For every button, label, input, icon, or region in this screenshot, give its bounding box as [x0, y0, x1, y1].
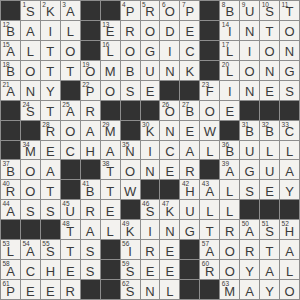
cell-r5c11: 23F	[200, 81, 219, 100]
cell-r13c12: O	[220, 240, 239, 259]
clue-number: 38	[102, 160, 109, 168]
clue-number: 55	[42, 240, 49, 248]
cell-r14c12: O	[220, 260, 239, 279]
cell-letter: G	[185, 225, 195, 238]
cell-letter: B	[225, 5, 234, 18]
cell-r13c4: T	[61, 240, 80, 259]
cell-r3c3: T	[41, 41, 60, 60]
cell-r6c8	[141, 101, 160, 120]
cell-r11c4: 45U	[61, 200, 80, 219]
cell-r2c8: O	[141, 21, 160, 40]
cell-r2c14: T	[260, 21, 279, 40]
cell-letter: R	[245, 245, 254, 258]
cell-r7c4: O	[61, 121, 80, 140]
cell-r10c8	[141, 180, 160, 199]
cell-letter: U	[265, 165, 274, 178]
cell-letter: T	[66, 245, 74, 258]
cell-r8c2: 34M	[21, 141, 40, 160]
clue-number: 39	[222, 160, 229, 168]
cell-letter: K	[186, 65, 195, 78]
clue-number: 32	[262, 121, 269, 129]
clue-number: 13	[102, 21, 109, 29]
cell-letter: A	[86, 125, 95, 138]
cell-letter: T	[46, 65, 54, 78]
cell-letter: I	[148, 225, 152, 238]
clue-number: 20	[222, 61, 229, 69]
cell-r3c1: 15A	[1, 41, 20, 60]
cell-letter: N	[245, 25, 254, 38]
cell-letter: O	[225, 265, 235, 278]
cell-letter: I	[228, 85, 232, 98]
cell-r12c5: A	[81, 220, 100, 239]
clue-number: 16	[102, 41, 109, 49]
cell-r11c12: L	[220, 200, 239, 219]
cell-r14c3: H	[41, 260, 60, 279]
cell-letter: L	[286, 145, 293, 158]
cell-r15c4: R	[61, 280, 80, 299]
cell-r12c13: 50A	[240, 220, 259, 239]
cell-r7c15: 33C	[280, 121, 299, 140]
cell-r11c10: U	[180, 200, 199, 219]
cell-r11c6: E	[101, 200, 120, 219]
cell-letter: Y	[285, 185, 294, 198]
cell-letter: Y	[46, 85, 55, 98]
cell-r12c7: 49K	[121, 220, 140, 239]
cell-letter: C	[26, 265, 35, 278]
cell-r3c7: O	[121, 41, 140, 60]
cell-r5c7: S	[121, 81, 140, 100]
cell-r3c2: L	[21, 41, 40, 60]
cell-r11c13	[240, 200, 259, 219]
cell-r1c14: 10S	[260, 1, 279, 20]
cell-letter: U	[145, 65, 154, 78]
clue-number: 56	[122, 240, 129, 248]
clue-number: 49	[122, 220, 129, 228]
cell-r6c9: 26O	[160, 101, 179, 120]
clue-number: 40	[3, 180, 10, 188]
cell-r15c8: N	[141, 280, 160, 299]
cell-r14c14: A	[260, 260, 279, 279]
cell-letter: N	[285, 45, 294, 58]
cell-r6c13	[240, 101, 259, 120]
cell-letter: U	[245, 5, 254, 18]
clue-number: 27	[182, 101, 189, 109]
cell-r4c6: M	[101, 61, 120, 80]
clue-number: 34	[22, 141, 29, 149]
cell-letter: E	[265, 185, 274, 198]
cell-letter: L	[206, 205, 213, 218]
cell-letter: S	[26, 5, 35, 18]
cell-letter: U	[185, 205, 194, 218]
cell-r14c2: C	[21, 260, 40, 279]
cell-r10c5: 41B	[81, 180, 100, 199]
cell-letter: L	[226, 185, 233, 198]
cell-r7c14: 32B	[260, 121, 279, 140]
cell-r6c15	[280, 101, 299, 120]
cell-r5c13: N	[240, 81, 259, 100]
cell-r10c9	[160, 180, 179, 199]
cell-letter: Y	[245, 265, 254, 278]
cell-r12c1	[1, 220, 20, 239]
clue-number: 11	[282, 1, 289, 9]
cell-r8c9: C	[160, 141, 179, 160]
cell-letter: L	[166, 285, 173, 298]
cell-r1c4: 3A	[61, 1, 80, 20]
cell-r5c5: 22P	[81, 81, 100, 100]
cell-letter: P	[126, 5, 135, 18]
cell-letter: O	[25, 185, 35, 198]
clue-number: 3	[62, 1, 66, 9]
cell-r11c7	[121, 200, 140, 219]
cell-letter: E	[166, 165, 175, 178]
cell-r4c11	[200, 61, 219, 80]
clue-number: 15	[3, 41, 10, 49]
cell-letter: Y	[265, 285, 274, 298]
clue-number: 61	[3, 280, 10, 288]
cell-letter: E	[146, 85, 155, 98]
cell-r11c1: 44A	[1, 200, 20, 219]
cell-r9c5	[81, 160, 100, 179]
cell-letter: R	[85, 105, 94, 118]
cell-letter: T	[46, 185, 54, 198]
clue-number: 31	[242, 121, 249, 129]
cell-r8c13: U	[240, 141, 259, 160]
cell-r12c6: L	[101, 220, 120, 239]
cell-letter: N	[265, 65, 274, 78]
cell-r10c14: E	[260, 180, 279, 199]
clue-number: 45	[62, 200, 69, 208]
cell-r14c10	[180, 260, 199, 279]
cell-letter: O	[245, 65, 255, 78]
clue-number: 33	[282, 121, 289, 129]
cell-r11c11: L	[200, 200, 219, 219]
cell-r11c8: 46S	[141, 200, 160, 219]
clue-number: 59	[122, 260, 129, 268]
cell-r8c6: A	[101, 141, 120, 160]
cell-r9c12: 39A	[220, 160, 239, 179]
clue-number: 26	[162, 101, 169, 109]
cell-r11c14	[260, 200, 279, 219]
cell-r5c4	[61, 81, 80, 100]
cell-r6c6	[101, 101, 120, 120]
cell-letter: E	[146, 265, 155, 278]
clue-number: 60	[202, 260, 209, 268]
cell-r4c9: N	[160, 61, 179, 80]
cell-letter: E	[225, 105, 234, 118]
clue-number: 2	[42, 1, 46, 9]
cell-r7c7	[121, 121, 140, 140]
cell-letter: O	[65, 45, 75, 58]
cell-r10c2: O	[21, 180, 40, 199]
cell-r14c15: L	[280, 260, 299, 279]
cell-letter: E	[186, 25, 195, 38]
cell-r5c1: 21A	[1, 81, 20, 100]
clue-number: 4	[122, 1, 126, 9]
cell-r15c10	[180, 280, 199, 299]
cell-r9c11	[200, 160, 219, 179]
cell-r6c5: R	[81, 101, 100, 120]
cell-letter: I	[49, 25, 53, 38]
clue-number: 63	[222, 280, 229, 288]
cell-r2c4: L	[61, 21, 80, 40]
clue-number: 41	[82, 180, 89, 188]
cell-letter: A	[265, 265, 274, 278]
clue-number: 12	[3, 21, 10, 29]
cell-letter: T	[66, 65, 74, 78]
cell-letter: A	[285, 165, 294, 178]
cell-r10c10: 42H	[180, 180, 199, 199]
clue-number: 54	[22, 240, 29, 248]
cell-r13c15: A	[280, 240, 299, 259]
cell-r1c6	[101, 1, 120, 20]
clue-number: 43	[202, 180, 209, 188]
cell-r1c5	[81, 1, 100, 20]
clue-number: 30	[142, 121, 149, 129]
cell-letter: E	[186, 125, 195, 138]
cell-letter: W	[124, 185, 136, 198]
cell-r15c11	[200, 280, 219, 299]
clue-number: 24	[22, 101, 29, 109]
cell-letter: O	[265, 45, 275, 58]
cell-letter: E	[265, 85, 274, 98]
cell-r14c8: E	[141, 260, 160, 279]
cell-letter: G	[245, 165, 255, 178]
cell-r10c3: T	[41, 180, 60, 199]
cell-r9c13: G	[240, 160, 259, 179]
cell-letter: N	[245, 85, 254, 98]
cell-letter: N	[26, 85, 35, 98]
cell-r4c13: O	[240, 61, 259, 80]
cell-letter: D	[165, 25, 174, 38]
cell-r2c15: O	[280, 21, 299, 40]
cell-r7c11: W	[200, 121, 219, 140]
cell-r9c9: E	[160, 160, 179, 179]
cell-letter: B	[126, 65, 135, 78]
cell-r12c11: T	[200, 220, 219, 239]
cell-r3c4: O	[61, 41, 80, 60]
cell-r8c14: L	[260, 141, 279, 160]
cell-r12c8: I	[141, 220, 160, 239]
cell-letter: E	[166, 245, 175, 258]
cell-r5c14: E	[260, 81, 279, 100]
clue-number: 46	[142, 200, 149, 208]
cell-r14c6	[101, 260, 120, 279]
cell-r13c9: E	[160, 240, 179, 259]
clue-number: 10	[262, 1, 269, 9]
cell-letter: C	[185, 45, 194, 58]
cell-r9c7: O	[121, 160, 140, 179]
cell-r7c9: N	[160, 121, 179, 140]
cell-r13c14: T	[260, 240, 279, 259]
clue-number: 57	[202, 240, 209, 248]
cell-r10c1: 40R	[1, 180, 20, 199]
cell-letter: E	[66, 265, 75, 278]
cell-r14c9: E	[160, 260, 179, 279]
cell-letter: E	[26, 285, 35, 298]
cell-letter: O	[125, 165, 135, 178]
cell-r9c10: R	[180, 160, 199, 179]
cell-r8c11: L	[200, 141, 219, 160]
cell-r4c4: T	[61, 61, 80, 80]
cell-letter: T	[106, 185, 114, 198]
cell-letter: A	[106, 145, 115, 158]
cell-r9c3: A	[41, 160, 60, 179]
cell-r1c8: 5R	[141, 1, 160, 20]
cell-r4c3: T	[41, 61, 60, 80]
cell-r4c5: 19O	[81, 61, 100, 80]
cell-r6c11: O	[200, 101, 219, 120]
cell-r3c15: N	[280, 41, 299, 60]
cell-letter: W	[204, 125, 216, 138]
cell-r8c3: E	[41, 141, 60, 160]
cell-r1c10: 7P	[180, 1, 199, 20]
cell-letter: S	[26, 205, 35, 218]
cell-letter: E	[166, 265, 175, 278]
clue-number: 37	[3, 160, 10, 168]
cell-letter: T	[46, 45, 54, 58]
cell-letter: T	[266, 25, 274, 38]
cell-letter: A	[26, 25, 35, 38]
cell-r8c15: L	[280, 141, 299, 160]
cell-r2c12: 14I	[220, 21, 239, 40]
cell-r2c2: A	[21, 21, 40, 40]
cell-letter: T	[206, 225, 214, 238]
cell-r6c10: 27B	[180, 101, 199, 120]
cell-r1c9: 6O	[160, 1, 179, 20]
cell-r7c1	[1, 121, 20, 140]
clue-number: 17	[222, 41, 229, 49]
cell-r8c1	[1, 141, 20, 160]
cell-r8c7: 35N	[121, 141, 140, 160]
cell-r7c8: 30K	[141, 121, 160, 140]
cell-r6c14	[260, 101, 279, 120]
cell-letter: R	[125, 25, 134, 38]
cell-r4c8: U	[141, 61, 160, 80]
cell-r10c11: 43A	[200, 180, 219, 199]
cell-letter: R	[66, 285, 75, 298]
cell-r7c3: 28R	[41, 121, 60, 140]
cell-r2c10: E	[180, 21, 199, 40]
cell-r13c3: 55S	[41, 240, 60, 259]
clue-number: 23	[202, 81, 209, 89]
cell-r2c3: I	[41, 21, 60, 40]
cell-r7c10: E	[180, 121, 199, 140]
cell-r6c7	[121, 101, 140, 120]
cell-r11c9: 47K	[160, 200, 179, 219]
cell-r12c15: 52H	[280, 220, 299, 239]
cell-r15c2: E	[21, 280, 40, 299]
clue-number: 21	[3, 81, 10, 89]
cell-letter: O	[105, 85, 115, 98]
cell-r5c15: S	[280, 81, 299, 100]
cell-letter: L	[266, 145, 273, 158]
cell-r3c11	[200, 41, 219, 60]
cell-r15c15: O	[280, 280, 299, 299]
cell-r14c5: S	[81, 260, 100, 279]
cell-r8c8: I	[141, 141, 160, 160]
cell-r7c12	[220, 121, 239, 140]
cell-r10c4	[61, 180, 80, 199]
cell-r9c8: N	[141, 160, 160, 179]
cell-r5c6: O	[101, 81, 120, 100]
clue-number: 14	[222, 21, 229, 29]
cell-letter: S	[245, 185, 254, 198]
cell-r10c6: T	[101, 180, 120, 199]
clue-number: 5	[142, 1, 146, 9]
cell-r13c1: 53L	[1, 240, 20, 259]
cell-r12c12: R	[220, 220, 239, 239]
cell-r5c8: E	[141, 81, 160, 100]
cell-r4c10: K	[180, 61, 199, 80]
cell-letter: A	[66, 5, 75, 18]
cell-r3c8: G	[141, 41, 160, 60]
cell-r4c14: N	[260, 61, 279, 80]
cell-letter: G	[284, 65, 294, 78]
cell-r3c9: I	[160, 41, 179, 60]
clue-number: 52	[282, 220, 289, 228]
cell-letter: R	[185, 165, 194, 178]
cell-letter: S	[126, 85, 135, 98]
cell-r2c13: N	[240, 21, 259, 40]
cell-r5c12: I	[220, 81, 239, 100]
clue-number: 53	[3, 240, 10, 248]
clue-number: 42	[182, 180, 189, 188]
cell-letter: I	[168, 45, 172, 58]
cell-letter: R	[145, 5, 154, 18]
cell-letter: O	[145, 25, 155, 38]
cell-r9c15: A	[280, 160, 299, 179]
cell-letter: C	[165, 145, 174, 158]
cell-letter: A	[245, 285, 254, 298]
cell-r6c1	[1, 101, 20, 120]
clue-number: 44	[3, 200, 10, 208]
cell-letter: L	[286, 265, 293, 278]
clue-number: 25	[62, 101, 69, 109]
cell-r5c10	[180, 81, 199, 100]
cell-r13c6	[101, 240, 120, 259]
cell-letter: A	[86, 225, 95, 238]
cell-r11c5: R	[81, 200, 100, 219]
cell-letter: O	[225, 245, 235, 258]
cell-r7c2	[21, 121, 40, 140]
cell-r7c13: 31B	[240, 121, 259, 140]
cell-r6c4: 25A	[61, 101, 80, 120]
cell-r5c3: Y	[41, 81, 60, 100]
cell-r1c15: 11T	[280, 1, 299, 20]
cell-letter: A	[186, 145, 195, 158]
clue-number: 35	[122, 141, 129, 149]
cell-letter: N	[165, 225, 174, 238]
clue-number: 58	[3, 260, 10, 268]
cell-r6c12: E	[220, 101, 239, 120]
cell-r3c14: O	[260, 41, 279, 60]
cell-letter: N	[165, 125, 174, 138]
cell-r9c6: 38T	[101, 160, 120, 179]
cell-letter: N	[145, 165, 154, 178]
cell-letter: L	[206, 145, 213, 158]
cell-r8c4: C	[61, 141, 80, 160]
cell-r15c13: A	[240, 280, 259, 299]
cell-r5c2: N	[21, 81, 40, 100]
clue-number: 1	[22, 1, 26, 9]
cell-letter: O	[284, 25, 294, 38]
cell-letter: R	[85, 205, 94, 218]
cell-r12c14: 51S	[260, 220, 279, 239]
clue-number: 48	[62, 220, 69, 228]
cell-r2c9: D	[160, 21, 179, 40]
cell-letter: S	[285, 85, 294, 98]
cell-letter: T	[266, 245, 274, 258]
